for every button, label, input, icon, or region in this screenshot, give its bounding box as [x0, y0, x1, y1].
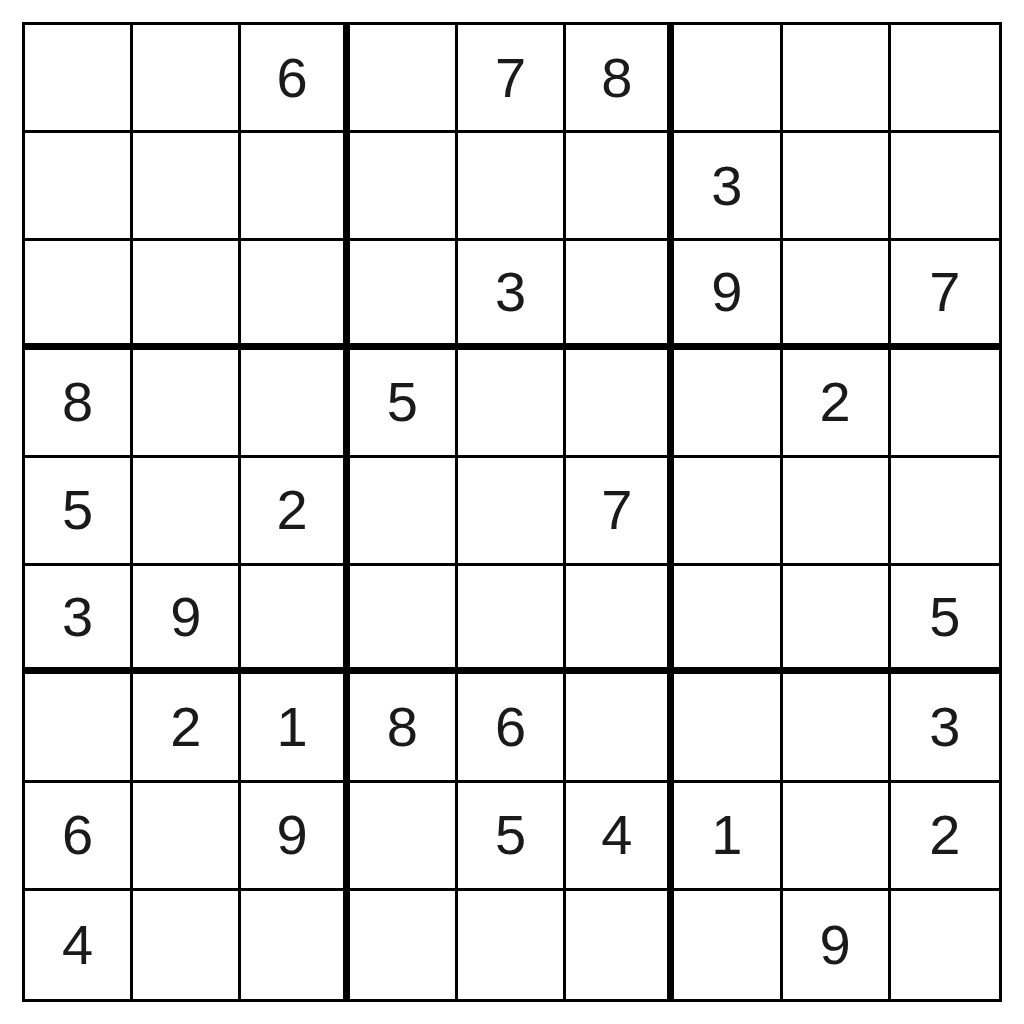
cell-r3c7-given-9: 9 [674, 241, 782, 349]
cell-r9c4-empty[interactable] [350, 891, 458, 999]
cell-r8c3-given-9: 9 [241, 783, 349, 891]
cell-r6c9-given-5: 5 [891, 566, 999, 674]
cell-r2c5-empty[interactable] [458, 133, 566, 241]
cell-r3c6-empty[interactable] [566, 241, 674, 349]
cell-r3c5-given-3: 3 [458, 241, 566, 349]
cell-r6c4-empty[interactable] [350, 566, 458, 674]
cell-r5c5-empty[interactable] [458, 458, 566, 566]
cell-r3c2-empty[interactable] [133, 241, 241, 349]
cell-r6c5-empty[interactable] [458, 566, 566, 674]
cell-r9c1-given-4: 4 [25, 891, 133, 999]
cell-r4c6-empty[interactable] [566, 350, 674, 458]
cell-r5c2-empty[interactable] [133, 458, 241, 566]
cell-r9c3-empty[interactable] [241, 891, 349, 999]
sudoku-board: 67833978525273952186369541249 [22, 22, 1002, 1002]
cell-r2c3-empty[interactable] [241, 133, 349, 241]
cell-r1c3-given-6: 6 [241, 25, 349, 133]
cell-r5c4-empty[interactable] [350, 458, 458, 566]
cell-r1c4-empty[interactable] [350, 25, 458, 133]
cell-r7c8-empty[interactable] [783, 674, 891, 782]
cell-r2c1-empty[interactable] [25, 133, 133, 241]
cell-r9c2-empty[interactable] [133, 891, 241, 999]
cell-r7c2-given-2: 2 [133, 674, 241, 782]
cell-r9c5-empty[interactable] [458, 891, 566, 999]
cell-r4c9-empty[interactable] [891, 350, 999, 458]
page: 67833978525273952186369541249 [0, 0, 1024, 1024]
cell-r2c8-empty[interactable] [783, 133, 891, 241]
cell-r4c1-given-8: 8 [25, 350, 133, 458]
cell-r7c4-given-8: 8 [350, 674, 458, 782]
cell-r7c9-given-3: 3 [891, 674, 999, 782]
cell-r1c1-empty[interactable] [25, 25, 133, 133]
cell-r2c7-given-3: 3 [674, 133, 782, 241]
cell-r6c2-given-9: 9 [133, 566, 241, 674]
cell-r6c7-empty[interactable] [674, 566, 782, 674]
cell-r4c3-empty[interactable] [241, 350, 349, 458]
cell-r8c7-given-1: 1 [674, 783, 782, 891]
cell-r3c1-empty[interactable] [25, 241, 133, 349]
cell-r5c1-given-5: 5 [25, 458, 133, 566]
cell-r8c9-given-2: 2 [891, 783, 999, 891]
cell-r7c5-given-6: 6 [458, 674, 566, 782]
cell-r3c8-empty[interactable] [783, 241, 891, 349]
cell-r7c3-given-1: 1 [241, 674, 349, 782]
cell-r1c7-empty[interactable] [674, 25, 782, 133]
cell-r5c3-given-2: 2 [241, 458, 349, 566]
cell-r6c8-empty[interactable] [783, 566, 891, 674]
cell-r5c6-given-7: 7 [566, 458, 674, 566]
cell-r1c5-given-7: 7 [458, 25, 566, 133]
cell-r3c9-given-7: 7 [891, 241, 999, 349]
cell-r7c7-empty[interactable] [674, 674, 782, 782]
cell-r7c1-empty[interactable] [25, 674, 133, 782]
cell-r5c9-empty[interactable] [891, 458, 999, 566]
cell-r4c7-empty[interactable] [674, 350, 782, 458]
cell-r6c6-empty[interactable] [566, 566, 674, 674]
cell-r2c2-empty[interactable] [133, 133, 241, 241]
cell-r5c7-empty[interactable] [674, 458, 782, 566]
cell-r4c8-given-2: 2 [783, 350, 891, 458]
cell-r8c2-empty[interactable] [133, 783, 241, 891]
cell-r5c8-empty[interactable] [783, 458, 891, 566]
cell-r8c6-given-4: 4 [566, 783, 674, 891]
cell-r8c8-empty[interactable] [783, 783, 891, 891]
cell-r9c7-empty[interactable] [674, 891, 782, 999]
cell-r6c1-given-3: 3 [25, 566, 133, 674]
cell-r6c3-empty[interactable] [241, 566, 349, 674]
cell-r2c9-empty[interactable] [891, 133, 999, 241]
cell-r3c4-empty[interactable] [350, 241, 458, 349]
cell-r4c2-empty[interactable] [133, 350, 241, 458]
cell-r3c3-empty[interactable] [241, 241, 349, 349]
cell-r9c9-empty[interactable] [891, 891, 999, 999]
cell-r1c2-empty[interactable] [133, 25, 241, 133]
cell-r4c5-empty[interactable] [458, 350, 566, 458]
cell-r9c6-empty[interactable] [566, 891, 674, 999]
cell-r1c9-empty[interactable] [891, 25, 999, 133]
cell-r8c1-given-6: 6 [25, 783, 133, 891]
cell-r1c6-given-8: 8 [566, 25, 674, 133]
cell-r2c4-empty[interactable] [350, 133, 458, 241]
cell-r9c8-given-9: 9 [783, 891, 891, 999]
cell-r8c5-given-5: 5 [458, 783, 566, 891]
cell-r1c8-empty[interactable] [783, 25, 891, 133]
cell-r2c6-empty[interactable] [566, 133, 674, 241]
cell-r7c6-empty[interactable] [566, 674, 674, 782]
cell-r8c4-empty[interactable] [350, 783, 458, 891]
cell-r4c4-given-5: 5 [350, 350, 458, 458]
